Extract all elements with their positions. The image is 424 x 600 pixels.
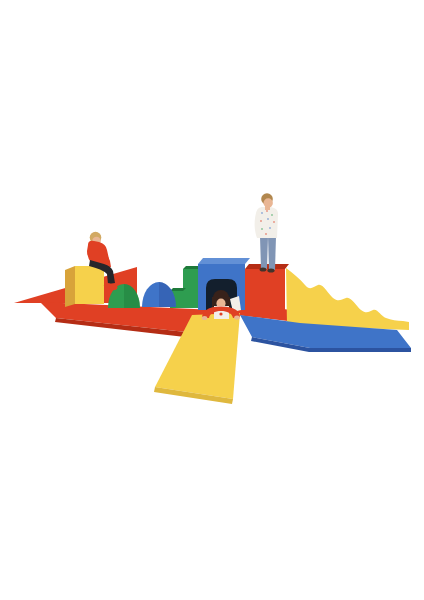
cube-block-left-front bbox=[75, 266, 104, 304]
girl-crawling-hand-left bbox=[202, 316, 208, 320]
roll-blue-shade bbox=[159, 282, 176, 307]
product-photo-page bbox=[0, 0, 424, 600]
wave-slide bbox=[286, 268, 409, 330]
boy-shirt-dot bbox=[273, 221, 275, 223]
boy-shoe-left bbox=[260, 268, 267, 272]
roll-green-shade bbox=[124, 284, 140, 308]
girl-crawling-hand-right bbox=[234, 316, 240, 320]
boy-shirt-dot bbox=[271, 214, 273, 216]
boy-standing bbox=[255, 193, 278, 272]
boy-shirt-dot bbox=[266, 210, 268, 212]
boy-leg-front bbox=[260, 236, 268, 269]
boy-face bbox=[264, 198, 273, 207]
boy-leg-back bbox=[268, 236, 276, 270]
boy-shirt-dot bbox=[267, 218, 269, 220]
boy-shirt-dot bbox=[261, 228, 263, 230]
girl-sitting-shoe-right bbox=[109, 285, 118, 291]
softplay-set-photo bbox=[0, 0, 424, 600]
tunnel-top-face bbox=[198, 258, 250, 264]
cube-block-right-front bbox=[245, 269, 285, 311]
cube-block-left-side bbox=[65, 266, 75, 307]
boy-shirt-dot bbox=[261, 212, 263, 214]
boy-shirt-dot bbox=[269, 227, 271, 229]
girl-crawling-shirt-motif bbox=[219, 312, 222, 315]
boy-shoe-right bbox=[267, 269, 274, 273]
boy-shirt-dot bbox=[265, 233, 267, 235]
boy-shirt-dot bbox=[260, 220, 262, 222]
